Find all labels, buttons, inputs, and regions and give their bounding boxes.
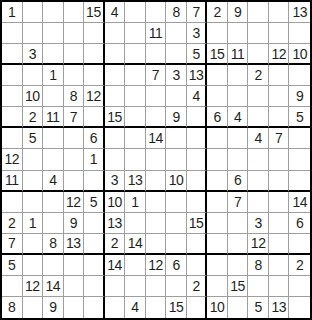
cell-r13c5[interactable] xyxy=(84,255,105,276)
cell-r7c1[interactable] xyxy=(2,128,23,149)
cell-r6c10[interactable] xyxy=(187,107,208,128)
cell-r11c8[interactable] xyxy=(146,213,167,234)
cell-r5c14[interactable] xyxy=(269,86,290,107)
cell-r12c8[interactable] xyxy=(146,234,167,255)
cell-r1c2[interactable] xyxy=(23,2,44,23)
cell-r12c11[interactable] xyxy=(207,234,228,255)
cell-r13c15[interactable]: 2 xyxy=(289,255,310,276)
cell-r4c3[interactable]: 1 xyxy=(43,65,64,86)
cell-r8c11[interactable] xyxy=(207,149,228,170)
cell-r11c1[interactable]: 2 xyxy=(2,213,23,234)
cell-r10c10[interactable] xyxy=(187,192,208,213)
cell-r14c3[interactable]: 14 xyxy=(43,276,64,297)
cell-r11c11[interactable] xyxy=(207,213,228,234)
cell-r6c7[interactable] xyxy=(125,107,146,128)
cell-r12c5[interactable] xyxy=(84,234,105,255)
cell-r14c8[interactable] xyxy=(146,276,167,297)
cell-r4c12[interactable] xyxy=(228,65,249,86)
cell-r11c14[interactable] xyxy=(269,213,290,234)
cell-r3c8[interactable] xyxy=(146,44,167,65)
cell-r9c7[interactable]: 13 xyxy=(125,171,146,192)
cell-r8c10[interactable] xyxy=(187,149,208,170)
cell-r9c1[interactable]: 11 xyxy=(2,171,23,192)
cell-r12c6[interactable]: 2 xyxy=(105,234,126,255)
cell-r15c3[interactable]: 9 xyxy=(43,297,64,318)
cell-r4c9[interactable]: 3 xyxy=(166,65,187,86)
cell-r14c15[interactable] xyxy=(289,276,310,297)
cell-r5c6[interactable] xyxy=(105,86,126,107)
cell-r7c7[interactable] xyxy=(125,128,146,149)
cell-r8c13[interactable] xyxy=(248,149,269,170)
cell-r13c4[interactable] xyxy=(64,255,85,276)
cell-r2c8[interactable]: 11 xyxy=(146,23,167,44)
cell-r6c13[interactable] xyxy=(248,107,269,128)
cell-r1c14[interactable] xyxy=(269,2,290,23)
cell-r14c4[interactable] xyxy=(64,276,85,297)
cell-r15c8[interactable] xyxy=(146,297,167,318)
cell-r10c5[interactable]: 5 xyxy=(84,192,105,213)
cell-r4c6[interactable] xyxy=(105,65,126,86)
cell-r15c5[interactable] xyxy=(84,297,105,318)
cell-r3c3[interactable] xyxy=(43,44,64,65)
cell-r1c6[interactable]: 4 xyxy=(105,2,126,23)
cell-r3c4[interactable] xyxy=(64,44,85,65)
cell-r1c7[interactable] xyxy=(125,2,146,23)
cell-r11c6[interactable]: 13 xyxy=(105,213,126,234)
cell-r4c13[interactable]: 2 xyxy=(248,65,269,86)
cell-r3c6[interactable] xyxy=(105,44,126,65)
cell-r12c12[interactable] xyxy=(228,234,249,255)
cell-r7c11[interactable] xyxy=(207,128,228,149)
cell-r6c3[interactable]: 11 xyxy=(43,107,64,128)
cell-r7c6[interactable] xyxy=(105,128,126,149)
cell-r6c15[interactable]: 5 xyxy=(289,107,310,128)
cell-r11c9[interactable] xyxy=(166,213,187,234)
cell-r4c5[interactable] xyxy=(84,65,105,86)
cell-r3c7[interactable] xyxy=(125,44,146,65)
cell-r11c3[interactable] xyxy=(43,213,64,234)
cell-r8c2[interactable] xyxy=(23,149,44,170)
cell-r3c12[interactable]: 11 xyxy=(228,44,249,65)
cell-r14c14[interactable] xyxy=(269,276,290,297)
cell-r2c7[interactable] xyxy=(125,23,146,44)
cell-r1c12[interactable]: 9 xyxy=(228,2,249,23)
cell-r15c13[interactable]: 5 xyxy=(248,297,269,318)
cell-r6c2[interactable]: 2 xyxy=(23,107,44,128)
cell-r9c13[interactable] xyxy=(248,171,269,192)
cell-r6c9[interactable]: 9 xyxy=(166,107,187,128)
cell-r15c14[interactable]: 13 xyxy=(269,297,290,318)
cell-r3c13[interactable] xyxy=(248,44,269,65)
cell-r8c8[interactable] xyxy=(146,149,167,170)
cell-r1c4[interactable] xyxy=(64,2,85,23)
cell-r4c8[interactable]: 7 xyxy=(146,65,167,86)
cell-r8c5[interactable]: 1 xyxy=(84,149,105,170)
cell-r11c12[interactable] xyxy=(228,213,249,234)
cell-r2c15[interactable] xyxy=(289,23,310,44)
cell-r12c13[interactable]: 12 xyxy=(248,234,269,255)
cell-r13c10[interactable] xyxy=(187,255,208,276)
cell-r5c3[interactable] xyxy=(43,86,64,107)
cell-r3c9[interactable] xyxy=(166,44,187,65)
cell-r5c4[interactable]: 8 xyxy=(64,86,85,107)
cell-r13c9[interactable]: 6 xyxy=(166,255,187,276)
cell-r14c13[interactable] xyxy=(248,276,269,297)
cell-r2c5[interactable] xyxy=(84,23,105,44)
cell-r6c11[interactable]: 6 xyxy=(207,107,228,128)
cell-r12c15[interactable] xyxy=(289,234,310,255)
cell-r5c15[interactable]: 9 xyxy=(289,86,310,107)
cell-r15c1[interactable]: 8 xyxy=(2,297,23,318)
cell-r11c15[interactable]: 6 xyxy=(289,213,310,234)
cell-r5c8[interactable] xyxy=(146,86,167,107)
cell-r3c11[interactable]: 15 xyxy=(207,44,228,65)
sudoku-board: 1154872913113351511121017313210812492117… xyxy=(0,0,312,320)
cell-r8c7[interactable] xyxy=(125,149,146,170)
cell-r5c9[interactable] xyxy=(166,86,187,107)
cell-r7c13[interactable]: 4 xyxy=(248,128,269,149)
page: 1154872913113351511121017313210812492117… xyxy=(0,0,312,320)
cell-r6c1[interactable] xyxy=(2,107,23,128)
cell-r4c1[interactable] xyxy=(2,65,23,86)
cell-r14c1[interactable] xyxy=(2,276,23,297)
cell-r6c4[interactable]: 7 xyxy=(64,107,85,128)
cell-r10c2[interactable] xyxy=(23,192,44,213)
cell-r10c3[interactable] xyxy=(43,192,64,213)
cell-r2c2[interactable] xyxy=(23,23,44,44)
cell-r1c1[interactable]: 1 xyxy=(2,2,23,23)
cell-r8c6[interactable] xyxy=(105,149,126,170)
cell-r9c8[interactable] xyxy=(146,171,167,192)
cell-r13c12[interactable] xyxy=(228,255,249,276)
cell-r1c15[interactable]: 13 xyxy=(289,2,310,23)
cell-r15c12[interactable] xyxy=(228,297,249,318)
cell-r2c1[interactable] xyxy=(2,23,23,44)
cell-r8c12[interactable] xyxy=(228,149,249,170)
cell-r9c11[interactable] xyxy=(207,171,228,192)
cell-r14c5[interactable] xyxy=(84,276,105,297)
cell-r8c3[interactable] xyxy=(43,149,64,170)
cell-r12c9[interactable] xyxy=(166,234,187,255)
cell-r5c1[interactable] xyxy=(2,86,23,107)
cell-r2c11[interactable] xyxy=(207,23,228,44)
cell-r10c1[interactable] xyxy=(2,192,23,213)
cell-r7c14[interactable]: 7 xyxy=(269,128,290,149)
cell-r4c10[interactable]: 13 xyxy=(187,65,208,86)
cell-r9c14[interactable] xyxy=(269,171,290,192)
cell-r12c14[interactable] xyxy=(269,234,290,255)
cell-r12c7[interactable]: 14 xyxy=(125,234,146,255)
cell-r11c2[interactable]: 1 xyxy=(23,213,44,234)
cell-r1c3[interactable] xyxy=(43,2,64,23)
cell-r2c12[interactable] xyxy=(228,23,249,44)
cell-r5c12[interactable] xyxy=(228,86,249,107)
cell-r9c4[interactable] xyxy=(64,171,85,192)
cell-r15c10[interactable] xyxy=(187,297,208,318)
cell-r7c9[interactable] xyxy=(166,128,187,149)
cell-r15c11[interactable]: 10 xyxy=(207,297,228,318)
cell-r3c14[interactable]: 12 xyxy=(269,44,290,65)
cell-r8c4[interactable] xyxy=(64,149,85,170)
cell-r4c2[interactable] xyxy=(23,65,44,86)
cell-r13c13[interactable]: 8 xyxy=(248,255,269,276)
cell-r5c2[interactable]: 10 xyxy=(23,86,44,107)
cell-r12c3[interactable]: 8 xyxy=(43,234,64,255)
cell-r7c3[interactable] xyxy=(43,128,64,149)
cell-r9c15[interactable] xyxy=(289,171,310,192)
cell-r1c8[interactable] xyxy=(146,2,167,23)
cell-r7c4[interactable] xyxy=(64,128,85,149)
cell-r14c2[interactable]: 12 xyxy=(23,276,44,297)
cell-r15c4[interactable] xyxy=(64,297,85,318)
cell-r13c1[interactable]: 5 xyxy=(2,255,23,276)
cell-r14c12[interactable]: 15 xyxy=(228,276,249,297)
cell-r11c13[interactable]: 3 xyxy=(248,213,269,234)
cell-r15c6[interactable] xyxy=(105,297,126,318)
cell-r7c15[interactable] xyxy=(289,128,310,149)
cell-r11c10[interactable]: 15 xyxy=(187,213,208,234)
cell-r14c9[interactable] xyxy=(166,276,187,297)
cell-r11c7[interactable] xyxy=(125,213,146,234)
cell-r12c1[interactable]: 7 xyxy=(2,234,23,255)
cell-r15c9[interactable]: 15 xyxy=(166,297,187,318)
cell-r9c12[interactable]: 6 xyxy=(228,171,249,192)
cell-r5c13[interactable] xyxy=(248,86,269,107)
cell-r13c3[interactable] xyxy=(43,255,64,276)
cell-r14c10[interactable]: 2 xyxy=(187,276,208,297)
cell-r9c3[interactable]: 4 xyxy=(43,171,64,192)
cell-r14c11[interactable] xyxy=(207,276,228,297)
cell-r13c8[interactable]: 12 xyxy=(146,255,167,276)
cell-r9c5[interactable] xyxy=(84,171,105,192)
cell-r10c8[interactable] xyxy=(146,192,167,213)
cell-r1c5[interactable]: 15 xyxy=(84,2,105,23)
cell-r5c5[interactable]: 12 xyxy=(84,86,105,107)
cell-r4c4[interactable] xyxy=(64,65,85,86)
cell-r2c3[interactable] xyxy=(43,23,64,44)
cell-r10c11[interactable] xyxy=(207,192,228,213)
cell-r5c11[interactable] xyxy=(207,86,228,107)
cell-r4c15[interactable] xyxy=(289,65,310,86)
cell-r1c13[interactable] xyxy=(248,2,269,23)
cell-r2c14[interactable] xyxy=(269,23,290,44)
cell-r10c15[interactable]: 14 xyxy=(289,192,310,213)
cell-r3c15[interactable]: 10 xyxy=(289,44,310,65)
cell-r14c7[interactable] xyxy=(125,276,146,297)
cell-r7c12[interactable] xyxy=(228,128,249,149)
cell-r13c2[interactable] xyxy=(23,255,44,276)
cell-r4c14[interactable] xyxy=(269,65,290,86)
cell-r8c1[interactable]: 12 xyxy=(2,149,23,170)
cell-r12c10[interactable] xyxy=(187,234,208,255)
cell-r3c2[interactable]: 3 xyxy=(23,44,44,65)
cell-r10c6[interactable]: 10 xyxy=(105,192,126,213)
cell-r7c2[interactable]: 5 xyxy=(23,128,44,149)
cell-r12c2[interactable] xyxy=(23,234,44,255)
cell-r6c12[interactable]: 4 xyxy=(228,107,249,128)
cell-r6c8[interactable] xyxy=(146,107,167,128)
cell-r5c7[interactable] xyxy=(125,86,146,107)
cell-r1c11[interactable]: 2 xyxy=(207,2,228,23)
cell-r8c14[interactable] xyxy=(269,149,290,170)
cell-r2c10[interactable]: 3 xyxy=(187,23,208,44)
cell-r13c14[interactable] xyxy=(269,255,290,276)
cell-r4c7[interactable] xyxy=(125,65,146,86)
cell-r15c2[interactable] xyxy=(23,297,44,318)
cell-r7c5[interactable]: 6 xyxy=(84,128,105,149)
cell-r15c15[interactable] xyxy=(289,297,310,318)
cell-r11c5[interactable] xyxy=(84,213,105,234)
cell-r10c14[interactable] xyxy=(269,192,290,213)
cell-r10c7[interactable]: 1 xyxy=(125,192,146,213)
cell-r10c9[interactable] xyxy=(166,192,187,213)
cell-r5c10[interactable]: 4 xyxy=(187,86,208,107)
cell-r1c10[interactable]: 7 xyxy=(187,2,208,23)
cell-r6c14[interactable] xyxy=(269,107,290,128)
cell-r2c4[interactable] xyxy=(64,23,85,44)
cell-r2c13[interactable] xyxy=(248,23,269,44)
cell-r4c11[interactable] xyxy=(207,65,228,86)
cell-r2c6[interactable] xyxy=(105,23,126,44)
cell-r14c6[interactable] xyxy=(105,276,126,297)
cell-r7c10[interactable] xyxy=(187,128,208,149)
cell-r1c9[interactable]: 8 xyxy=(166,2,187,23)
cell-r10c12[interactable]: 7 xyxy=(228,192,249,213)
cell-r6c5[interactable] xyxy=(84,107,105,128)
cell-r8c15[interactable] xyxy=(289,149,310,170)
cell-r15c7[interactable]: 4 xyxy=(125,297,146,318)
cell-r2c9[interactable] xyxy=(166,23,187,44)
cell-r9c2[interactable] xyxy=(23,171,44,192)
cell-r3c5[interactable] xyxy=(84,44,105,65)
cell-r10c4[interactable]: 12 xyxy=(64,192,85,213)
cell-r3c10[interactable]: 5 xyxy=(187,44,208,65)
cell-r13c6[interactable]: 14 xyxy=(105,255,126,276)
cell-r9c10[interactable] xyxy=(187,171,208,192)
cell-r10c13[interactable] xyxy=(248,192,269,213)
cell-r13c7[interactable] xyxy=(125,255,146,276)
cell-r3c1[interactable] xyxy=(2,44,23,65)
cell-r9c9[interactable]: 10 xyxy=(166,171,187,192)
cell-r8c9[interactable] xyxy=(166,149,187,170)
cell-r12c4[interactable]: 13 xyxy=(64,234,85,255)
cell-r11c4[interactable]: 9 xyxy=(64,213,85,234)
cell-r13c11[interactable] xyxy=(207,255,228,276)
cell-r7c8[interactable]: 14 xyxy=(146,128,167,149)
cell-r9c6[interactable]: 3 xyxy=(105,171,126,192)
cell-r6c6[interactable]: 15 xyxy=(105,107,126,128)
